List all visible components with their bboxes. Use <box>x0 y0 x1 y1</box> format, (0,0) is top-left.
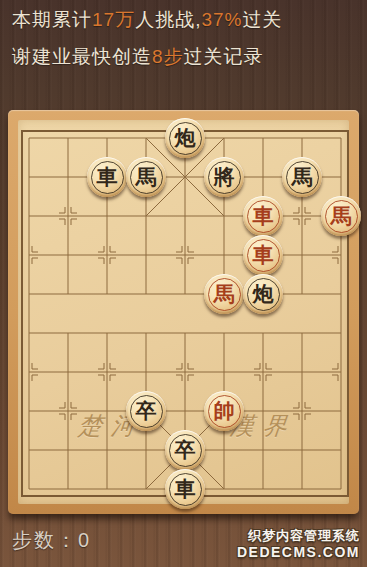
watermark: 织梦内容管理系统 DEDECMS.COM <box>237 529 360 560</box>
header-text: 本期累计 <box>12 9 92 30</box>
xiangqi-piece-black[interactable]: 馬 <box>126 157 166 197</box>
header-text: 过关记录 <box>184 46 264 67</box>
xiangqi-piece-red[interactable]: 馬 <box>321 196 361 236</box>
step-counter-label: 步数： <box>12 529 78 551</box>
xiangqi-piece-red[interactable]: 馬 <box>204 274 244 314</box>
highlighted-number: 8步 <box>152 46 184 67</box>
xiangqi-piece-black[interactable]: 卒 <box>165 430 205 470</box>
record-holder-line: 谢建业最快创造8步过关记录 <box>12 44 264 70</box>
pieces-grid: 炮車馬將馬車馬車馬炮卒帥卒車 <box>9 118 360 508</box>
xiangqi-piece-black[interactable]: 卒 <box>126 391 166 431</box>
xiangqi-piece-red[interactable]: 車 <box>243 235 283 275</box>
xiangqi-piece-black[interactable]: 將 <box>204 157 244 197</box>
header-text: 人挑战, <box>135 9 201 30</box>
xiangqi-piece-black[interactable]: 車 <box>87 157 127 197</box>
xiangqi-piece-black[interactable]: 炮 <box>243 274 283 314</box>
highlighted-number: 37% <box>201 9 242 30</box>
watermark-url: DEDECMS.COM <box>237 544 360 560</box>
xiangqi-piece-red[interactable]: 帥 <box>204 391 244 431</box>
header-text: 谢建业最快创造 <box>12 46 152 67</box>
xiangqi-piece-black[interactable]: 馬 <box>282 157 322 197</box>
xiangqi-piece-black[interactable]: 車 <box>165 469 205 509</box>
xiangqi-piece-red[interactable]: 車 <box>243 196 283 236</box>
header-text: 过关 <box>242 9 282 30</box>
challenge-stats-line: 本期累计17万人挑战,37%过关 <box>12 7 282 33</box>
watermark-cn: 织梦内容管理系统 <box>237 529 360 544</box>
highlighted-number: 17万 <box>92 9 135 30</box>
step-counter-value: 0 <box>78 529 91 551</box>
step-counter: 步数：0 <box>12 527 91 554</box>
xiangqi-piece-black[interactable]: 炮 <box>165 118 205 158</box>
xiangqi-app-screen: 本期累计17万人挑战,37%过关 谢建业最快创造8步过关记录 楚河 漢界 炮車馬… <box>0 0 367 567</box>
